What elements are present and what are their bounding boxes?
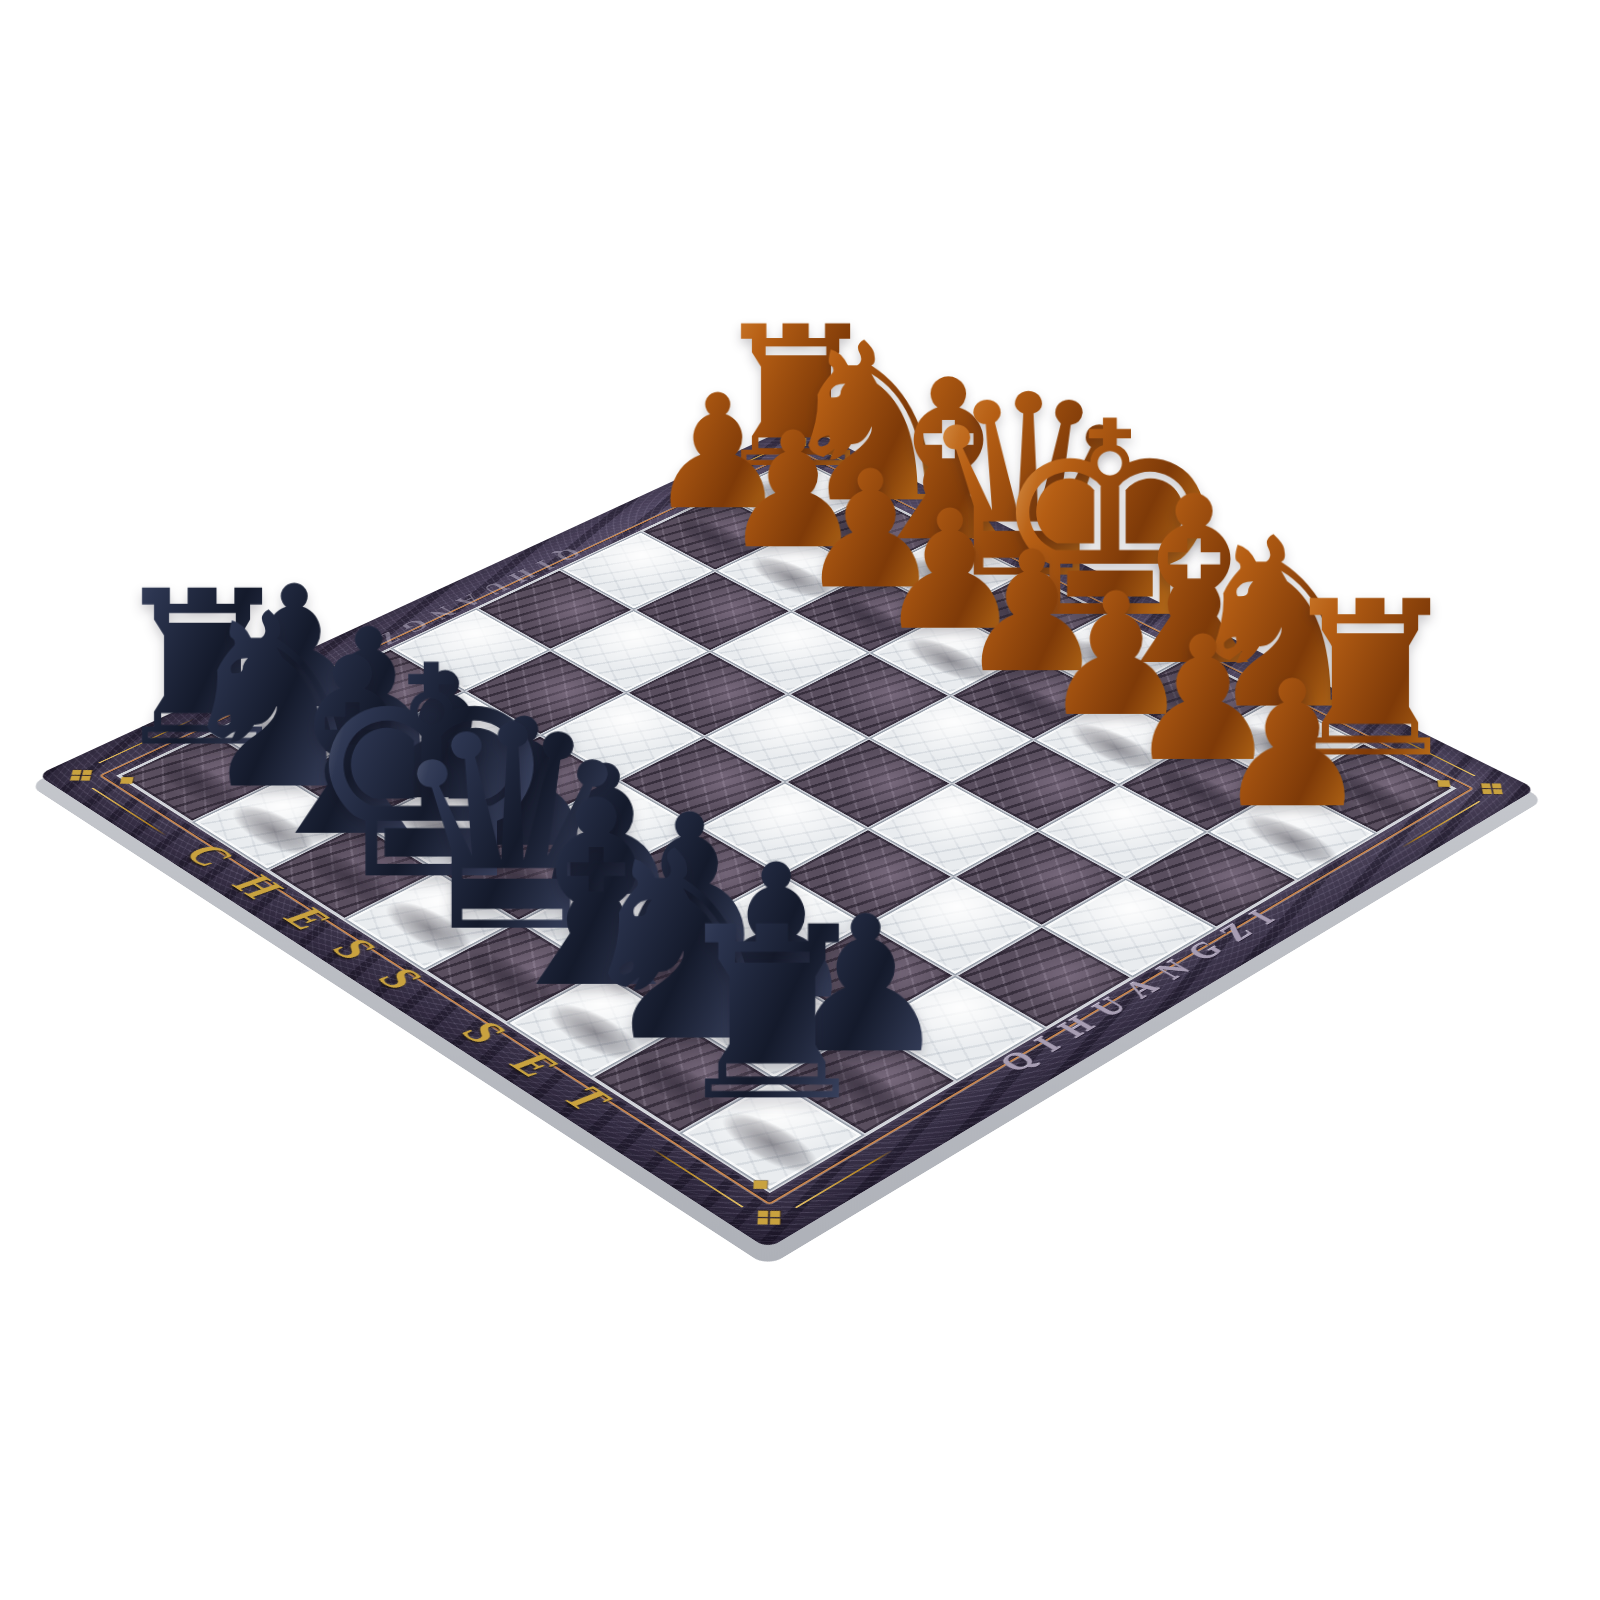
scene: CHESS SET QIHUANGZI QIHUANGZI ❖◆ ❖◆ ❖◆ ❖…: [0, 0, 1600, 1600]
piece-white-pawn[interactable]: ♟: [1129, 658, 1454, 833]
piece-black-rook[interactable]: ♜: [594, 896, 950, 1134]
product-photo-stage: CHESS SET QIHUANGZI QIHUANGZI ❖◆ ❖◆ ❖◆ ❖…: [0, 0, 1600, 1600]
chess-board: CHESS SET QIHUANGZI QIHUANGZI ❖◆ ❖◆ ❖◆ ❖…: [37, 423, 1536, 1249]
